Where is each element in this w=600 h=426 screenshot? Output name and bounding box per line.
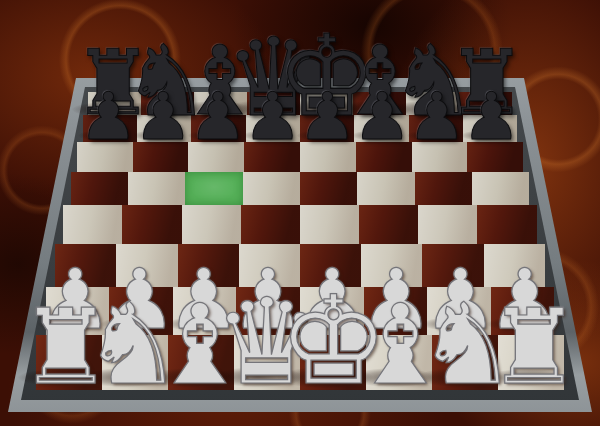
square-d5[interactable]: [243, 172, 300, 205]
square-e5[interactable]: [300, 172, 357, 205]
piece-white-rook-h1[interactable]: ♜: [472, 295, 597, 399]
chess-game-screen: ♜♞♝♛♚♝♞♜♟♟♟♟♟♟♟♟♟♟♟♟♟♟♟♟♜♞♝♛♚♝♞♜: [0, 0, 600, 426]
square-h5[interactable]: [472, 172, 529, 205]
piece-black-pawn-h7[interactable]: ♟: [452, 84, 531, 150]
square-f5[interactable]: [357, 172, 414, 205]
square-a4[interactable]: [63, 205, 122, 244]
square-d4[interactable]: [241, 205, 300, 244]
square-g5[interactable]: [415, 172, 472, 205]
square-c4[interactable]: [182, 205, 241, 244]
square-f4[interactable]: [359, 205, 418, 244]
square-h4[interactable]: [477, 205, 536, 244]
square-a5[interactable]: [71, 172, 128, 205]
square-b4[interactable]: [122, 205, 181, 244]
square-c5[interactable]: [185, 172, 242, 205]
square-e4[interactable]: [300, 205, 359, 244]
square-g4[interactable]: [418, 205, 477, 244]
board-rank-4: [63, 205, 536, 244]
board-rank-5: [71, 172, 530, 205]
square-b5[interactable]: [128, 172, 185, 205]
